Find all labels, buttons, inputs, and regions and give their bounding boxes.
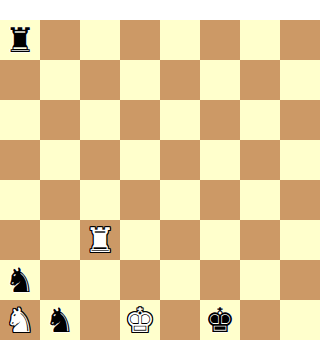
square-f5[interactable] (200, 140, 240, 180)
square-c5[interactable] (80, 140, 120, 180)
square-b6[interactable] (40, 100, 80, 140)
square-a4[interactable] (0, 180, 40, 220)
square-h2[interactable] (280, 260, 320, 300)
white-rook-c3[interactable]: ♜ (85, 220, 115, 260)
square-a3[interactable] (0, 220, 40, 260)
square-h7[interactable] (280, 60, 320, 100)
move-prompt-bar: 1. ? (0, 340, 320, 360)
square-h3[interactable] (280, 220, 320, 260)
square-b5[interactable] (40, 140, 80, 180)
square-e3[interactable] (160, 220, 200, 260)
black-knight-b1[interactable]: ♞ (45, 300, 75, 340)
square-g8[interactable] (240, 20, 280, 60)
square-f6[interactable] (200, 100, 240, 140)
square-f8[interactable] (200, 20, 240, 60)
square-d7[interactable] (120, 60, 160, 100)
square-c6[interactable] (80, 100, 120, 140)
square-c7[interactable] (80, 60, 120, 100)
square-c3[interactable]: ♜ (80, 220, 120, 260)
white-king-d1[interactable]: ♚ (125, 300, 155, 340)
square-d5[interactable] (120, 140, 160, 180)
square-e1[interactable] (160, 300, 200, 340)
square-e4[interactable] (160, 180, 200, 220)
white-knight-a1[interactable]: ♞ (5, 300, 35, 340)
square-a5[interactable] (0, 140, 40, 180)
square-a6[interactable] (0, 100, 40, 140)
square-b4[interactable] (40, 180, 80, 220)
square-b7[interactable] (40, 60, 80, 100)
square-g3[interactable] (240, 220, 280, 260)
square-d3[interactable] (120, 220, 160, 260)
square-h4[interactable] (280, 180, 320, 220)
black-king-f1[interactable]: ♚ (205, 300, 235, 340)
square-d8[interactable] (120, 20, 160, 60)
square-d6[interactable] (120, 100, 160, 140)
square-b8[interactable] (40, 20, 80, 60)
square-e7[interactable] (160, 60, 200, 100)
square-e8[interactable] (160, 20, 200, 60)
square-d1[interactable]: ♚ (120, 300, 160, 340)
square-h5[interactable] (280, 140, 320, 180)
square-g2[interactable] (240, 260, 280, 300)
square-h6[interactable] (280, 100, 320, 140)
black-rook-a8[interactable]: ♜ (5, 20, 35, 60)
chess-board: ♜♜♞♞♞♚♚ (0, 20, 320, 340)
square-c1[interactable] (80, 300, 120, 340)
square-b3[interactable] (40, 220, 80, 260)
square-b2[interactable] (40, 260, 80, 300)
square-h1[interactable] (280, 300, 320, 340)
square-f2[interactable] (200, 260, 240, 300)
square-g1[interactable] (240, 300, 280, 340)
square-f7[interactable] (200, 60, 240, 100)
square-f4[interactable] (200, 180, 240, 220)
square-e6[interactable] (160, 100, 200, 140)
square-g5[interactable] (240, 140, 280, 180)
square-h8[interactable] (280, 20, 320, 60)
square-c8[interactable] (80, 20, 120, 60)
chess-puzzle-window: MES.0646 ♜♜♞♞♞♚♚ 1. ? (0, 0, 320, 360)
square-f1[interactable]: ♚ (200, 300, 240, 340)
puzzle-id-bar: MES.0646 (0, 0, 320, 20)
square-g6[interactable] (240, 100, 280, 140)
square-a1[interactable]: ♞ (0, 300, 40, 340)
square-d4[interactable] (120, 180, 160, 220)
square-b1[interactable]: ♞ (40, 300, 80, 340)
black-knight-a2[interactable]: ♞ (5, 260, 35, 300)
square-d2[interactable] (120, 260, 160, 300)
square-e5[interactable] (160, 140, 200, 180)
square-a8[interactable]: ♜ (0, 20, 40, 60)
square-g4[interactable] (240, 180, 280, 220)
square-c4[interactable] (80, 180, 120, 220)
square-g7[interactable] (240, 60, 280, 100)
square-e2[interactable] (160, 260, 200, 300)
square-a7[interactable] (0, 60, 40, 100)
square-a2[interactable]: ♞ (0, 260, 40, 300)
square-c2[interactable] (80, 260, 120, 300)
square-f3[interactable] (200, 220, 240, 260)
